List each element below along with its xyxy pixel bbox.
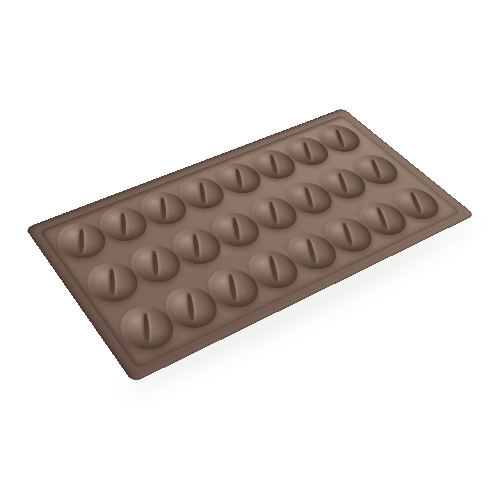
bean-crease-line [306,240,316,263]
bean-crease-line [268,257,278,281]
bean-crease-line [269,155,278,174]
bean-crease-line [371,160,382,179]
bean-crease-line [229,275,238,301]
bean-crease-line [198,183,205,203]
bean-crease-line [193,234,200,257]
bean-crease-line [109,269,114,294]
bean-crease-line [187,294,195,321]
bean-crease-line [377,208,389,229]
bean-crease-line [269,203,278,224]
bean-crease-line [79,229,83,252]
bean-crease-line [121,213,126,235]
bean-crease-line [160,198,166,219]
bean-crease-line [342,223,353,245]
bean-crease-line [235,169,243,189]
bean-crease-line [338,174,348,194]
bean-crease-line [409,193,421,213]
scene [0,0,500,500]
bean-crease-line [304,188,314,208]
bean-crease-line [232,218,240,240]
bean-crease-line [303,142,312,160]
bean-crease-line [335,130,345,147]
bean-crease-line [152,251,158,275]
bean-crease-line [143,314,150,342]
